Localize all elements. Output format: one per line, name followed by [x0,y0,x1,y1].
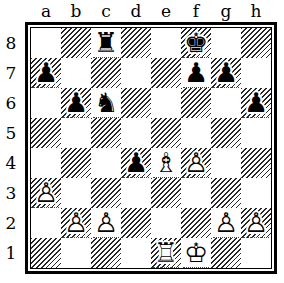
piece-glyph: ♟ [211,58,241,88]
piece-glyph: ♟ [241,88,271,118]
square-b7[interactable] [61,58,91,88]
square-a3[interactable]: ♟♙ [31,178,61,208]
square-e7[interactable] [151,58,181,88]
square-h2[interactable]: ♟♙ [241,208,271,238]
square-g8[interactable] [211,28,241,58]
square-d2[interactable] [121,208,151,238]
square-f7[interactable]: ♟♟ [181,58,211,88]
black-knight[interactable]: ♞♞ [91,88,121,118]
square-d8[interactable] [121,28,151,58]
piece-glyph: ♖ [151,238,181,268]
piece-glyph: ♜ [91,28,121,58]
chess-diagram: abcdefgh 87654321 ♜♜♚♚♟♟♟♟♟♟♟♟♞♞♟♟♟♟♝♗♟♙… [0,0,284,283]
black-pawn[interactable]: ♟♟ [211,58,241,88]
square-f5[interactable] [181,118,211,148]
white-pawn[interactable]: ♟♙ [211,208,241,238]
square-e3[interactable] [151,178,181,208]
piece-glyph: ♙ [91,208,121,238]
square-c1[interactable] [91,238,121,268]
square-f4[interactable]: ♟♙ [181,148,211,178]
square-e5[interactable] [151,118,181,148]
file-label-h: h [241,0,271,23]
square-d5[interactable] [121,118,151,148]
piece-glyph: ♙ [31,178,61,208]
square-h3[interactable] [241,178,271,208]
piece-glyph: ♙ [181,148,211,178]
square-a5[interactable] [31,118,61,148]
file-label-g: g [211,0,241,23]
square-h8[interactable] [241,28,271,58]
rank-label-7: 7 [1,58,21,88]
square-f1[interactable]: ♚♔ [181,238,211,268]
white-pawn[interactable]: ♟♙ [61,208,91,238]
square-c7[interactable] [91,58,121,88]
square-g1[interactable] [211,238,241,268]
piece-glyph: ♚ [181,28,211,58]
piece-glyph: ♟ [61,88,91,118]
black-pawn[interactable]: ♟♟ [61,88,91,118]
file-labels: abcdefgh [31,0,271,21]
piece-glyph: ♗ [151,148,181,178]
black-pawn[interactable]: ♟♟ [121,148,151,178]
square-b4[interactable] [61,148,91,178]
square-f2[interactable] [181,208,211,238]
rank-label-4: 4 [1,148,21,178]
piece-glyph: ♙ [241,208,271,238]
file-label-b: b [61,0,91,23]
square-c6[interactable]: ♞♞ [91,88,121,118]
piece-glyph: ♟ [121,148,151,178]
black-king[interactable]: ♚♚ [181,28,211,58]
black-pawn[interactable]: ♟♟ [181,58,211,88]
white-rook[interactable]: ♜♖ [151,238,181,268]
black-pawn[interactable]: ♟♟ [31,58,61,88]
rank-label-1: 1 [1,238,21,268]
square-c4[interactable] [91,148,121,178]
square-c5[interactable] [91,118,121,148]
square-a1[interactable] [31,238,61,268]
square-a2[interactable] [31,208,61,238]
piece-glyph: ♟ [31,58,61,88]
square-h6[interactable]: ♟♟ [241,88,271,118]
square-b5[interactable] [61,118,91,148]
white-pawn[interactable]: ♟♙ [241,208,271,238]
file-label-a: a [31,0,61,23]
square-h5[interactable] [241,118,271,148]
square-d4[interactable]: ♟♟ [121,148,151,178]
square-d1[interactable] [121,238,151,268]
white-pawn[interactable]: ♟♙ [181,148,211,178]
square-g6[interactable] [211,88,241,118]
piece-glyph: ♔ [181,238,211,268]
square-g5[interactable] [211,118,241,148]
white-pawn[interactable]: ♟♙ [91,208,121,238]
piece-glyph: ♞ [91,88,121,118]
file-label-c: c [91,0,121,23]
file-label-d: d [121,0,151,23]
square-g3[interactable] [211,178,241,208]
square-e4[interactable]: ♝♗ [151,148,181,178]
square-g4[interactable] [211,148,241,178]
square-e1[interactable]: ♜♖ [151,238,181,268]
piece-glyph: ♟ [181,58,211,88]
black-rook[interactable]: ♜♜ [91,28,121,58]
rank-label-8: 8 [1,28,21,58]
file-label-e: e [151,0,181,23]
square-f6[interactable] [181,88,211,118]
square-h1[interactable] [241,238,271,268]
white-king[interactable]: ♚♔ [181,238,211,268]
square-d6[interactable] [121,88,151,118]
board-frame: ♜♜♚♚♟♟♟♟♟♟♟♟♞♞♟♟♟♟♝♗♟♙♟♙♟♙♟♙♟♙♟♙♜♖♚♔ [25,22,277,274]
black-pawn[interactable]: ♟♟ [241,88,271,118]
square-b1[interactable] [61,238,91,268]
square-a8[interactable] [31,28,61,58]
rank-label-3: 3 [1,178,21,208]
square-h4[interactable] [241,148,271,178]
square-b3[interactable] [61,178,91,208]
square-a6[interactable] [31,88,61,118]
file-label-f: f [181,0,211,23]
white-bishop[interactable]: ♝♗ [151,148,181,178]
square-c3[interactable] [91,178,121,208]
rank-label-2: 2 [1,208,21,238]
square-c2[interactable]: ♟♙ [91,208,121,238]
square-c8[interactable]: ♜♜ [91,28,121,58]
square-h7[interactable] [241,58,271,88]
piece-glyph: ♙ [61,208,91,238]
rank-label-6: 6 [1,88,21,118]
chess-board: ♜♜♚♚♟♟♟♟♟♟♟♟♞♞♟♟♟♟♝♗♟♙♟♙♟♙♟♙♟♙♟♙♜♖♚♔ [30,27,272,269]
white-pawn[interactable]: ♟♙ [31,178,61,208]
square-g2[interactable]: ♟♙ [211,208,241,238]
square-a4[interactable] [31,148,61,178]
piece-glyph: ♙ [211,208,241,238]
square-b8[interactable] [61,28,91,58]
square-e6[interactable] [151,88,181,118]
square-e2[interactable] [151,208,181,238]
square-a7[interactable]: ♟♟ [31,58,61,88]
square-f8[interactable]: ♚♚ [181,28,211,58]
square-g7[interactable]: ♟♟ [211,58,241,88]
square-d7[interactable] [121,58,151,88]
rank-labels: 87654321 [1,28,21,268]
square-f3[interactable] [181,178,211,208]
square-d3[interactable] [121,178,151,208]
square-b6[interactable]: ♟♟ [61,88,91,118]
square-e8[interactable] [151,28,181,58]
rank-label-5: 5 [1,118,21,148]
square-b2[interactable]: ♟♙ [61,208,91,238]
